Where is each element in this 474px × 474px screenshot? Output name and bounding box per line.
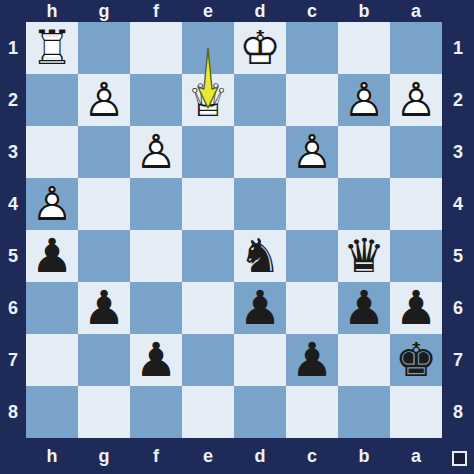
white-king-glyph: ♔ [234, 22, 286, 74]
square-f2[interactable] [130, 74, 182, 126]
file-label-d: d [234, 438, 286, 474]
file-label-f: f [130, 0, 182, 22]
square-a6[interactable]: ♟ [390, 282, 442, 334]
rank-label-8: 8 [0, 386, 26, 438]
rank-labels-left: 12345678 [0, 22, 26, 438]
chess-board-frame: hgfedcba hgfedcba 12345678 12345678 ♜♖♚♔… [0, 0, 474, 474]
rank-label-7: 7 [0, 334, 26, 386]
piece-black-pawn-h5[interactable]: ♟ [26, 230, 78, 282]
square-f5[interactable] [130, 230, 182, 282]
piece-white-pawn-b2[interactable]: ♟♙ [338, 74, 390, 126]
file-label-f: f [130, 438, 182, 474]
square-h6[interactable] [26, 282, 78, 334]
white-queen-glyph: ♕ [182, 74, 234, 126]
piece-black-pawn-c7[interactable]: ♟ [286, 334, 338, 386]
piece-white-pawn-h4[interactable]: ♟♙ [26, 178, 78, 230]
square-c7[interactable]: ♟ [286, 334, 338, 386]
square-b8[interactable] [338, 386, 390, 438]
square-d4[interactable] [234, 178, 286, 230]
file-label-a: a [390, 0, 442, 22]
rank-label-6: 6 [442, 282, 474, 334]
square-d1[interactable]: ♚♔ [234, 22, 286, 74]
rank-label-5: 5 [442, 230, 474, 282]
piece-black-pawn-d6[interactable]: ♟ [234, 282, 286, 334]
square-a7[interactable]: ♚ [390, 334, 442, 386]
square-b6[interactable]: ♟ [338, 282, 390, 334]
file-labels-top: hgfedcba [26, 0, 442, 22]
file-label-h: h [26, 0, 78, 22]
file-label-b: b [338, 0, 390, 22]
square-a8[interactable] [390, 386, 442, 438]
square-e8[interactable] [182, 386, 234, 438]
square-a1[interactable] [390, 22, 442, 74]
piece-white-pawn-f3[interactable]: ♟♙ [130, 126, 182, 178]
square-f4[interactable] [130, 178, 182, 230]
square-h1[interactable]: ♜♖ [26, 22, 78, 74]
white-pawn-glyph: ♙ [338, 74, 390, 126]
file-label-h: h [26, 438, 78, 474]
square-d5[interactable]: ♞ [234, 230, 286, 282]
square-a3[interactable] [390, 126, 442, 178]
square-b7[interactable] [338, 334, 390, 386]
piece-black-pawn-a6[interactable]: ♟ [390, 282, 442, 334]
piece-white-pawn-a2[interactable]: ♟♙ [390, 74, 442, 126]
rank-label-4: 4 [442, 178, 474, 230]
square-a4[interactable] [390, 178, 442, 230]
file-label-b: b [338, 438, 390, 474]
white-pawn-glyph: ♙ [26, 178, 78, 230]
square-a5[interactable] [390, 230, 442, 282]
file-label-e: e [182, 0, 234, 22]
rank-label-3: 3 [0, 126, 26, 178]
piece-white-queen-e2[interactable]: ♛♕ [182, 74, 234, 126]
white-pawn-glyph: ♙ [390, 74, 442, 126]
chess-board: ♜♖♚♔♟♙♛♕♟♙♟♙♟♙♟♙♟♙♟♞♛♟♟♟♟♟♟♚ [26, 22, 442, 438]
square-f7[interactable]: ♟ [130, 334, 182, 386]
square-c6[interactable] [286, 282, 338, 334]
square-d3[interactable] [234, 126, 286, 178]
square-g5[interactable] [78, 230, 130, 282]
square-a2[interactable]: ♟♙ [390, 74, 442, 126]
square-c1[interactable] [286, 22, 338, 74]
piece-black-pawn-f7[interactable]: ♟ [130, 334, 182, 386]
rank-label-7: 7 [442, 334, 474, 386]
square-e4[interactable] [182, 178, 234, 230]
file-label-g: g [78, 0, 130, 22]
square-b3[interactable] [338, 126, 390, 178]
square-b4[interactable] [338, 178, 390, 230]
rank-label-3: 3 [442, 126, 474, 178]
file-label-c: c [286, 0, 338, 22]
file-label-a: a [390, 438, 442, 474]
rank-label-5: 5 [0, 230, 26, 282]
white-pawn-glyph: ♙ [130, 126, 182, 178]
square-g4[interactable] [78, 178, 130, 230]
square-g3[interactable] [78, 126, 130, 178]
square-f6[interactable] [130, 282, 182, 334]
piece-white-king-d1[interactable]: ♚♔ [234, 22, 286, 74]
square-b1[interactable] [338, 22, 390, 74]
square-c8[interactable] [286, 386, 338, 438]
piece-black-queen-b5[interactable]: ♛ [338, 230, 390, 282]
square-g1[interactable] [78, 22, 130, 74]
piece-white-rook-h1[interactable]: ♜♖ [26, 22, 78, 74]
square-g6[interactable]: ♟ [78, 282, 130, 334]
rank-label-2: 2 [442, 74, 474, 126]
rank-label-1: 1 [442, 22, 474, 74]
rank-label-2: 2 [0, 74, 26, 126]
square-h8[interactable] [26, 386, 78, 438]
square-h5[interactable]: ♟ [26, 230, 78, 282]
square-b2[interactable]: ♟♙ [338, 74, 390, 126]
file-label-c: c [286, 438, 338, 474]
piece-black-pawn-g6[interactable]: ♟ [78, 282, 130, 334]
square-e7[interactable] [182, 334, 234, 386]
rank-label-4: 4 [0, 178, 26, 230]
piece-white-pawn-g2[interactable]: ♟♙ [78, 74, 130, 126]
square-c2[interactable] [286, 74, 338, 126]
square-g8[interactable] [78, 386, 130, 438]
square-f1[interactable] [130, 22, 182, 74]
piece-black-knight-d5[interactable]: ♞ [234, 230, 286, 282]
square-e5[interactable] [182, 230, 234, 282]
file-label-d: d [234, 0, 286, 22]
square-g7[interactable] [78, 334, 130, 386]
rank-label-1: 1 [0, 22, 26, 74]
piece-white-pawn-c3[interactable]: ♟♙ [286, 126, 338, 178]
square-d8[interactable] [234, 386, 286, 438]
white-rook-glyph: ♖ [26, 22, 78, 74]
square-e2[interactable]: ♛♕ [182, 74, 234, 126]
white-pawn-glyph: ♙ [286, 126, 338, 178]
side-to-move-indicator [452, 451, 467, 466]
square-b5[interactable]: ♛ [338, 230, 390, 282]
square-h7[interactable] [26, 334, 78, 386]
square-e3[interactable] [182, 126, 234, 178]
square-f3[interactable]: ♟♙ [130, 126, 182, 178]
file-labels-bottom: hgfedcba [26, 438, 442, 474]
file-label-e: e [182, 438, 234, 474]
square-h2[interactable] [26, 74, 78, 126]
rank-label-6: 6 [0, 282, 26, 334]
square-c3[interactable]: ♟♙ [286, 126, 338, 178]
piece-black-king-a7[interactable]: ♚ [390, 334, 442, 386]
rank-label-8: 8 [442, 386, 474, 438]
square-d2[interactable] [234, 74, 286, 126]
square-g2[interactable]: ♟♙ [78, 74, 130, 126]
square-h3[interactable] [26, 126, 78, 178]
rank-labels-right: 12345678 [442, 22, 474, 438]
piece-black-pawn-b6[interactable]: ♟ [338, 282, 390, 334]
square-e1[interactable] [182, 22, 234, 74]
file-label-g: g [78, 438, 130, 474]
white-pawn-glyph: ♙ [78, 74, 130, 126]
square-c5[interactable] [286, 230, 338, 282]
square-d6[interactable]: ♟ [234, 282, 286, 334]
square-h4[interactable]: ♟♙ [26, 178, 78, 230]
square-d7[interactable] [234, 334, 286, 386]
square-c4[interactable] [286, 178, 338, 230]
square-e6[interactable] [182, 282, 234, 334]
square-f8[interactable] [130, 386, 182, 438]
